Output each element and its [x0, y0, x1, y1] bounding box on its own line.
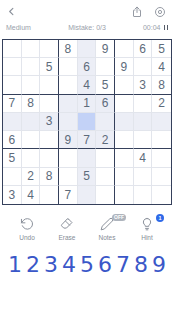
sudoku-cell-r6c3[interactable]	[40, 131, 59, 149]
sudoku-cell-r3c4[interactable]	[59, 76, 78, 94]
hint-lightbulb-icon	[140, 217, 154, 231]
sudoku-cell-r9c9[interactable]	[152, 186, 171, 204]
sudoku-cell-r9c2[interactable]: 4	[22, 186, 41, 204]
undo-button[interactable]: Undo	[12, 217, 42, 241]
pause-button[interactable]	[164, 25, 169, 30]
sudoku-cell-r1c1[interactable]	[3, 40, 22, 58]
sudoku-cell-r5c8[interactable]	[134, 113, 153, 131]
sudoku-cell-r1c2[interactable]	[22, 40, 41, 58]
sudoku-cell-r8c6[interactable]	[96, 168, 115, 186]
sudoku-cell-r2c7[interactable]: 9	[115, 58, 134, 76]
difficulty-label: Medium	[6, 24, 60, 31]
sudoku-cell-r8c2[interactable]: 2	[22, 168, 41, 186]
numpad-1[interactable]: 1	[8, 252, 22, 277]
sudoku-cell-r5c5[interactable]	[78, 113, 97, 131]
sudoku-cell-r9c7[interactable]	[115, 186, 134, 204]
sudoku-cell-r7c3[interactable]	[40, 149, 59, 167]
back-button[interactable]	[6, 6, 17, 17]
sudoku-cell-r9c1[interactable]: 3	[3, 186, 22, 204]
sudoku-cell-r4c1[interactable]: 7	[3, 95, 22, 113]
sudoku-cell-r8c8[interactable]	[134, 168, 153, 186]
sudoku-cell-r1c8[interactable]: 6	[134, 40, 153, 58]
hint-label: Hint	[141, 234, 153, 241]
sudoku-cell-r7c1[interactable]: 5	[3, 149, 22, 167]
sudoku-cell-r2c8[interactable]	[134, 58, 153, 76]
sudoku-cell-r3c2[interactable]	[22, 76, 41, 94]
sudoku-cell-r6c5[interactable]: 7	[78, 131, 97, 149]
header-bar	[0, 0, 174, 18]
hint-button[interactable]: 1 Hint	[132, 217, 162, 241]
sudoku-cell-r5c3[interactable]: 3	[40, 113, 59, 131]
sudoku-cell-r4c8[interactable]	[134, 95, 153, 113]
notes-label: Notes	[99, 234, 116, 241]
sudoku-cell-r1c4[interactable]: 8	[59, 40, 78, 58]
sudoku-cell-r3c3[interactable]	[40, 76, 59, 94]
mistakes-counter: Mistake: 0/3	[60, 24, 114, 31]
sudoku-cell-r6c9[interactable]	[152, 131, 171, 149]
sudoku-cell-r8c4[interactable]	[59, 168, 78, 186]
sudoku-cell-r7c2[interactable]	[22, 149, 41, 167]
sudoku-cell-r2c9[interactable]: 4	[152, 58, 171, 76]
sudoku-cell-r9c6[interactable]	[96, 186, 115, 204]
notes-button[interactable]: OFF Notes	[92, 217, 122, 241]
sudoku-cell-r8c3[interactable]: 8	[40, 168, 59, 186]
sudoku-cell-r3c7[interactable]	[115, 76, 134, 94]
toolbar: Undo Erase OFF Notes 1 Hint	[0, 217, 174, 241]
sudoku-cell-r8c9[interactable]	[152, 168, 171, 186]
sudoku-cell-r9c8[interactable]	[134, 186, 153, 204]
sudoku-cell-r4c4[interactable]	[59, 95, 78, 113]
sudoku-cell-r1c7[interactable]	[115, 40, 134, 58]
numpad-7[interactable]: 7	[116, 252, 130, 277]
numpad-5[interactable]: 5	[80, 252, 94, 277]
sudoku-cell-r8c5[interactable]: 5	[78, 168, 97, 186]
sudoku-cell-r6c1[interactable]: 6	[3, 131, 22, 149]
status-bar: Medium Mistake: 0/3 00:04	[0, 18, 174, 36]
sudoku-cell-r5c4[interactable]	[59, 113, 78, 131]
sudoku-cell-r5c1[interactable]	[3, 113, 22, 131]
sudoku-cell-r8c1[interactable]	[3, 168, 22, 186]
sudoku-cell-r2c5[interactable]: 6	[78, 58, 97, 76]
sudoku-cell-r3c1[interactable]	[3, 76, 22, 94]
sudoku-cell-r5c7[interactable]	[115, 113, 134, 131]
settings-icon	[154, 6, 166, 18]
sudoku-cell-r7c9[interactable]	[152, 149, 171, 167]
sudoku-cell-r6c6[interactable]: 2	[96, 131, 115, 149]
sudoku-cell-r4c2[interactable]: 8	[22, 95, 41, 113]
sudoku-cell-r1c3[interactable]	[40, 40, 59, 58]
sudoku-cell-r9c3[interactable]	[40, 186, 59, 204]
erase-button[interactable]: Erase	[52, 217, 82, 241]
sudoku-cell-r5c2[interactable]	[22, 113, 41, 131]
number-pad: 1 2 3 4 5 6 7 8 9	[0, 252, 174, 277]
sudoku-cell-r1c9[interactable]: 5	[152, 40, 171, 58]
sudoku-cell-r3c5[interactable]: 4	[78, 76, 97, 94]
numpad-6[interactable]: 6	[98, 252, 112, 277]
numpad-2[interactable]: 2	[26, 252, 40, 277]
sudoku-cell-r7c4[interactable]	[59, 149, 78, 167]
sudoku-cell-r4c5[interactable]: 1	[78, 95, 97, 113]
sudoku-cell-r3c6[interactable]: 5	[96, 76, 115, 94]
sudoku-cell-r9c5[interactable]	[78, 186, 97, 204]
timer-value: 00:04	[143, 24, 161, 31]
erase-label: Erase	[59, 234, 76, 241]
sudoku-cell-r2c3[interactable]: 5	[40, 58, 59, 76]
sudoku-cell-r6c2[interactable]	[22, 131, 41, 149]
sudoku-cell-r2c4[interactable]	[59, 58, 78, 76]
sudoku-cell-r4c9[interactable]: 2	[152, 95, 171, 113]
sudoku-cell-r3c8[interactable]: 3	[134, 76, 153, 94]
sudoku-app: Medium Mistake: 0/3 00:04 89655694453878…	[0, 0, 174, 310]
sudoku-cell-r7c8[interactable]: 4	[134, 149, 153, 167]
sudoku-cell-r7c5[interactable]	[78, 149, 97, 167]
sudoku-cell-r7c6[interactable]	[96, 149, 115, 167]
sudoku-cell-r4c3[interactable]	[40, 95, 59, 113]
sudoku-cell-r7c7[interactable]	[115, 149, 134, 167]
sudoku-cell-r2c2[interactable]	[22, 58, 41, 76]
numpad-9[interactable]: 9	[152, 252, 166, 277]
undo-icon	[20, 217, 34, 231]
sudoku-cell-r6c4[interactable]: 9	[59, 131, 78, 149]
sudoku-cell-r1c5[interactable]	[78, 40, 97, 58]
erase-icon	[60, 217, 74, 231]
sudoku-cell-r5c6[interactable]	[96, 113, 115, 131]
numpad-4[interactable]: 4	[62, 252, 76, 277]
undo-label: Undo	[19, 234, 35, 241]
share-icon	[131, 6, 143, 18]
sudoku-cell-r8c7[interactable]	[115, 168, 134, 186]
sudoku-cell-r6c7[interactable]	[115, 131, 134, 149]
sudoku-cell-r3c9[interactable]: 8	[152, 76, 171, 94]
settings-button[interactable]	[154, 6, 166, 18]
numpad-3[interactable]: 3	[44, 252, 58, 277]
sudoku-cell-r2c6[interactable]	[96, 58, 115, 76]
sudoku-board: 896556944538781623697254285347	[2, 39, 172, 205]
sudoku-cell-r6c8[interactable]	[134, 131, 153, 149]
numpad-8[interactable]: 8	[134, 252, 148, 277]
share-button[interactable]	[131, 6, 143, 18]
sudoku-cell-r4c6[interactable]: 6	[96, 95, 115, 113]
sudoku-cell-r4c7[interactable]	[115, 95, 134, 113]
notes-off-badge: OFF	[112, 214, 126, 221]
sudoku-cell-r1c6[interactable]: 9	[96, 40, 115, 58]
hint-count-badge: 1	[156, 214, 164, 222]
sudoku-cell-r2c1[interactable]	[3, 58, 22, 76]
sudoku-cell-r9c4[interactable]: 7	[59, 186, 78, 204]
sudoku-cell-r5c9[interactable]	[152, 113, 171, 131]
chevron-left-icon	[6, 6, 17, 17]
